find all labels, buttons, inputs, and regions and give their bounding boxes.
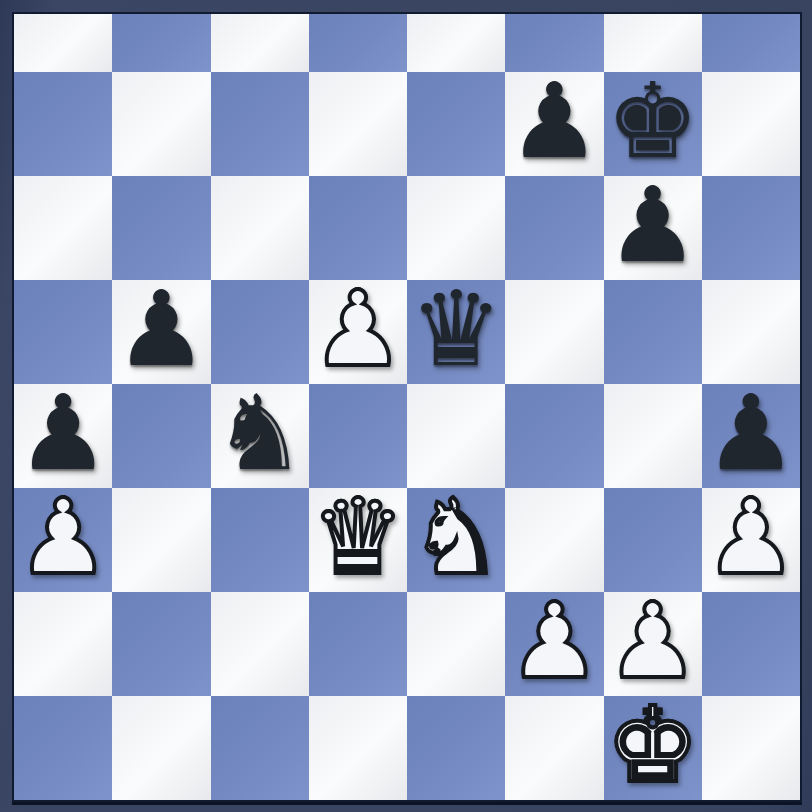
square-h4[interactable]: ♟ — [702, 384, 800, 488]
piece-white-pawn-d5[interactable]: ♟ — [311, 277, 404, 381]
piece-black-queen-e5[interactable]: ♛ — [410, 277, 503, 381]
square-c1[interactable] — [211, 696, 309, 800]
square-d3[interactable]: ♛ — [309, 488, 407, 592]
piece-white-king-g1[interactable]: ♚ — [606, 693, 699, 797]
square-b6[interactable] — [112, 176, 210, 280]
square-b2[interactable] — [112, 592, 210, 696]
square-b1[interactable] — [112, 696, 210, 800]
square-c2[interactable] — [211, 592, 309, 696]
square-d5[interactable]: ♟ — [309, 280, 407, 384]
piece-black-king-g7[interactable]: ♚ — [606, 69, 699, 173]
square-h2[interactable] — [702, 592, 800, 696]
square-h3[interactable]: ♟ — [702, 488, 800, 592]
square-b5[interactable]: ♟ — [112, 280, 210, 384]
square-e5[interactable]: ♛ — [407, 280, 505, 384]
square-d2[interactable] — [309, 592, 407, 696]
square-a1[interactable] — [14, 696, 112, 800]
square-g6[interactable]: ♟ — [604, 176, 702, 280]
square-h8[interactable] — [702, 14, 800, 72]
square-g7[interactable]: ♚ — [604, 72, 702, 176]
square-b4[interactable] — [112, 384, 210, 488]
square-c5[interactable] — [211, 280, 309, 384]
piece-black-pawn-b5[interactable]: ♟ — [115, 277, 208, 381]
square-g3[interactable] — [604, 488, 702, 592]
square-d1[interactable] — [309, 696, 407, 800]
square-h6[interactable] — [702, 176, 800, 280]
square-b8[interactable] — [112, 14, 210, 72]
square-g5[interactable] — [604, 280, 702, 384]
square-c8[interactable] — [211, 14, 309, 72]
square-h5[interactable] — [702, 280, 800, 384]
square-d6[interactable] — [309, 176, 407, 280]
square-c3[interactable] — [211, 488, 309, 592]
square-e2[interactable] — [407, 592, 505, 696]
piece-black-knight-c4[interactable]: ♞ — [213, 381, 306, 485]
square-a7[interactable] — [14, 72, 112, 176]
square-g4[interactable] — [604, 384, 702, 488]
square-a2[interactable] — [14, 592, 112, 696]
piece-white-knight-e3[interactable]: ♞ — [410, 485, 503, 589]
square-f1[interactable] — [505, 696, 603, 800]
piece-white-pawn-a3[interactable]: ♟ — [17, 485, 110, 589]
square-f2[interactable]: ♟ — [505, 592, 603, 696]
square-e4[interactable] — [407, 384, 505, 488]
chess-board: ♟♚♟♟♟♛♟♞♟♟♛♞♟♟♟♚ — [14, 14, 800, 800]
square-d8[interactable] — [309, 14, 407, 72]
square-e3[interactable]: ♞ — [407, 488, 505, 592]
square-b7[interactable] — [112, 72, 210, 176]
square-f6[interactable] — [505, 176, 603, 280]
piece-black-pawn-f7[interactable]: ♟ — [508, 69, 601, 173]
square-h7[interactable] — [702, 72, 800, 176]
piece-black-pawn-a4[interactable]: ♟ — [17, 381, 110, 485]
piece-white-pawn-g2[interactable]: ♟ — [606, 589, 699, 693]
square-f3[interactable] — [505, 488, 603, 592]
square-e7[interactable] — [407, 72, 505, 176]
square-a4[interactable]: ♟ — [14, 384, 112, 488]
square-d4[interactable] — [309, 384, 407, 488]
square-g1[interactable]: ♚ — [604, 696, 702, 800]
square-c6[interactable] — [211, 176, 309, 280]
square-e8[interactable] — [407, 14, 505, 72]
piece-white-pawn-h3[interactable]: ♟ — [704, 485, 797, 589]
piece-black-pawn-h4[interactable]: ♟ — [704, 381, 797, 485]
chess-board-frame: ♟♚♟♟♟♛♟♞♟♟♛♞♟♟♟♚ — [0, 0, 812, 812]
piece-white-pawn-f2[interactable]: ♟ — [508, 589, 601, 693]
square-e1[interactable] — [407, 696, 505, 800]
square-c7[interactable] — [211, 72, 309, 176]
square-f7[interactable]: ♟ — [505, 72, 603, 176]
square-d7[interactable] — [309, 72, 407, 176]
square-f5[interactable] — [505, 280, 603, 384]
square-a3[interactable]: ♟ — [14, 488, 112, 592]
square-g2[interactable]: ♟ — [604, 592, 702, 696]
square-b3[interactable] — [112, 488, 210, 592]
square-e6[interactable] — [407, 176, 505, 280]
square-a6[interactable] — [14, 176, 112, 280]
square-f4[interactable] — [505, 384, 603, 488]
square-h1[interactable] — [702, 696, 800, 800]
square-a5[interactable] — [14, 280, 112, 384]
piece-white-queen-d3[interactable]: ♛ — [311, 485, 404, 589]
square-c4[interactable]: ♞ — [211, 384, 309, 488]
square-a8[interactable] — [14, 14, 112, 72]
piece-black-pawn-g6[interactable]: ♟ — [606, 173, 699, 277]
